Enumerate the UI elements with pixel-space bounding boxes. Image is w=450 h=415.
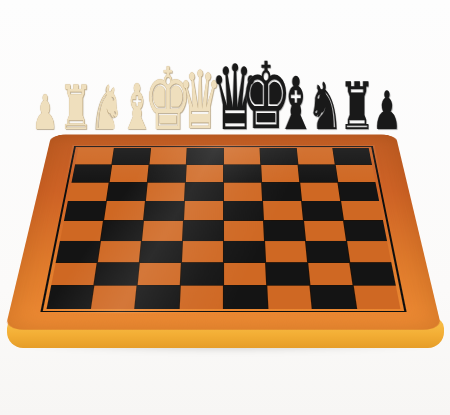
piece-black-pawn[interactable]: ♟ <box>372 84 401 137</box>
piece-white-pawn[interactable]: ♟ <box>32 88 59 136</box>
piece-lineup-row: ♟♜♞♝♚♛♛♚♝♞♜♟ <box>0 0 450 415</box>
piece-white-rook[interactable]: ♜ <box>59 77 93 138</box>
piece-black-rook[interactable]: ♜ <box>339 74 375 139</box>
piece-black-knight[interactable]: ♞ <box>307 74 343 139</box>
chess-set-photo: ♟♜♞♝♚♛♛♚♝♞♜♟ <box>0 0 450 415</box>
